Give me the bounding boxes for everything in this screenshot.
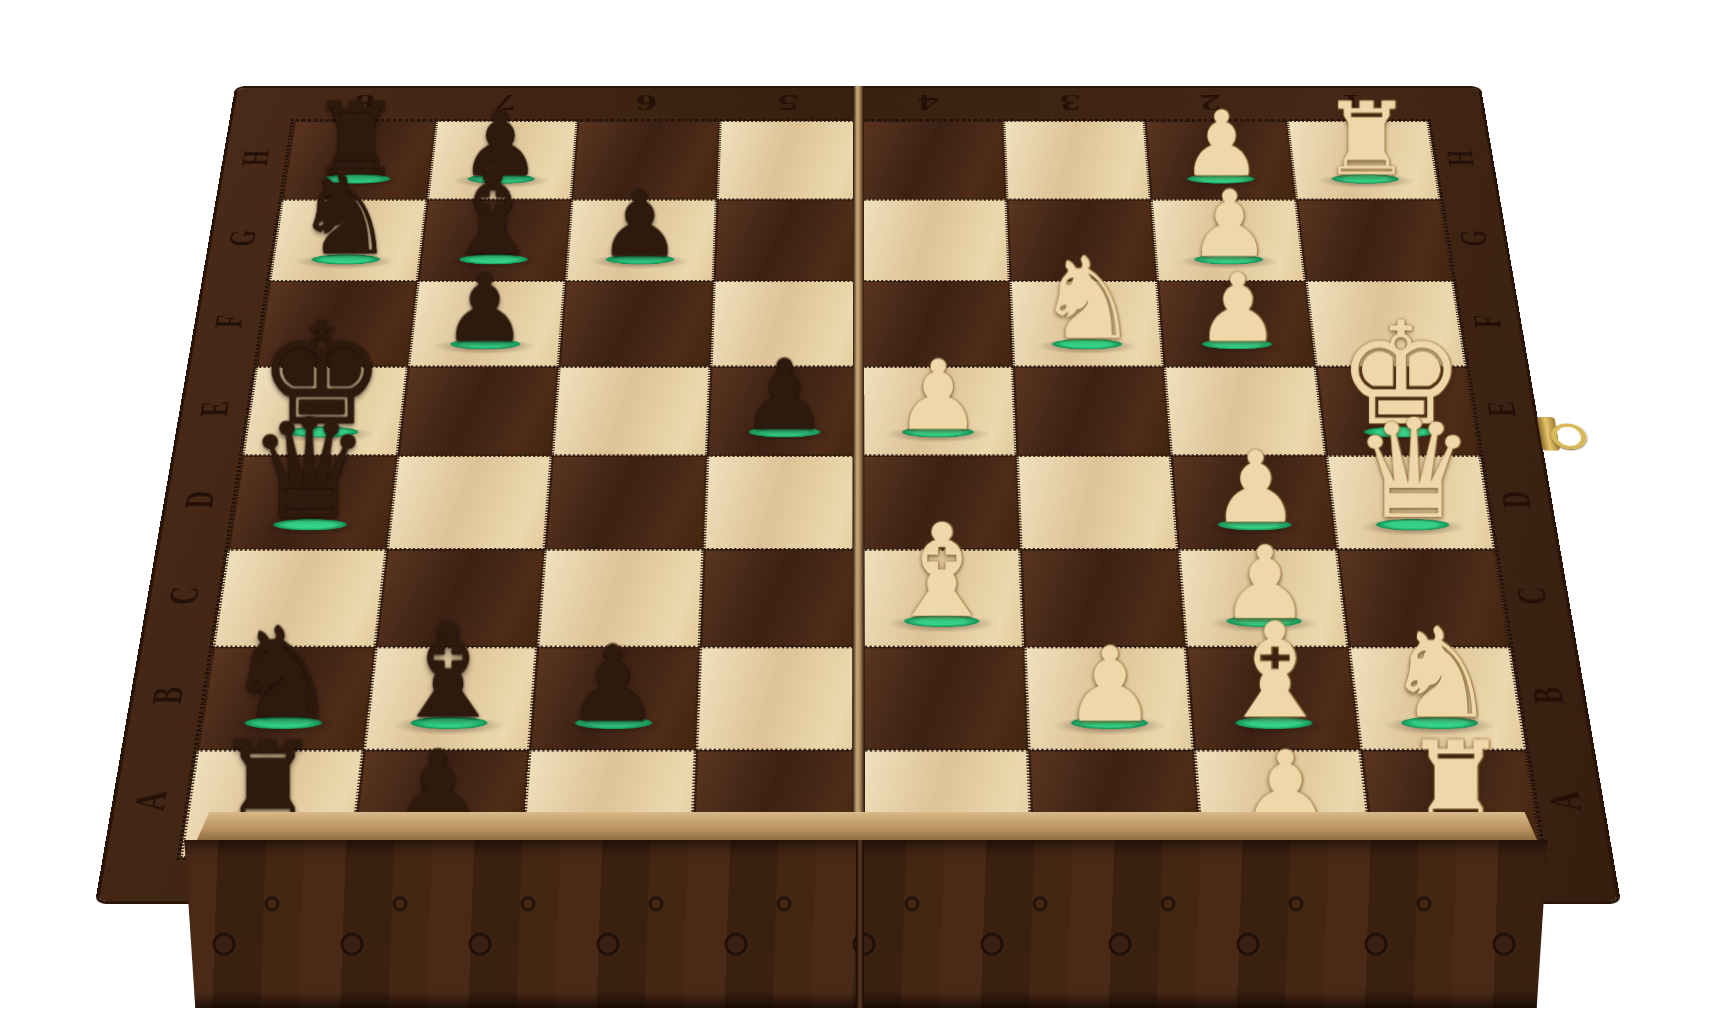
piece-black-pawn-e5[interactable]: ♟ xyxy=(741,348,828,445)
piece-black-bishop-b7[interactable]: ♝ xyxy=(389,605,507,737)
piece-black-knight-g8[interactable]: ♞ xyxy=(295,160,395,271)
chess-board: HGFEDCBA HGFEDCBA 87654321 87654321 ♜♟♟♜… xyxy=(99,88,1617,901)
square-e5[interactable]: ♟ xyxy=(707,366,862,455)
piece-white-queen-d1[interactable]: ♛ xyxy=(1352,401,1475,538)
square-d5[interactable] xyxy=(703,456,861,549)
piece-black-pawn-f7[interactable]: ♟ xyxy=(442,261,527,355)
piece-white-bishop-b2[interactable]: ♝ xyxy=(1216,605,1334,737)
piece-white-rook-h1[interactable]: ♜ xyxy=(1321,89,1411,190)
square-e3[interactable] xyxy=(1013,366,1171,455)
square-e4[interactable]: ♟ xyxy=(861,366,1016,455)
piece-black-pawn-g6[interactable]: ♟ xyxy=(599,178,682,270)
square-g4[interactable] xyxy=(861,199,1009,281)
square-g6[interactable]: ♟ xyxy=(565,199,716,281)
rank-label-6: 6 xyxy=(575,88,718,119)
piece-black-queen-d8[interactable]: ♛ xyxy=(248,401,371,538)
square-h3[interactable] xyxy=(1003,121,1151,199)
square-d6[interactable] xyxy=(545,456,707,549)
square-g8[interactable]: ♞ xyxy=(269,199,426,281)
square-e6[interactable] xyxy=(552,366,710,455)
square-h1[interactable]: ♜ xyxy=(1286,121,1440,199)
square-f3[interactable]: ♞ xyxy=(1009,281,1164,366)
brass-latch[interactable] xyxy=(1534,413,1579,454)
chess-photo-scene: HGFEDCBA HGFEDCBA 87654321 87654321 ♜♟♟♜… xyxy=(0,0,1720,1024)
square-d8[interactable]: ♛ xyxy=(228,456,397,549)
square-c5[interactable] xyxy=(699,549,861,647)
piece-white-pawn-e4[interactable]: ♟ xyxy=(895,348,982,445)
box-front-rim xyxy=(196,812,1538,842)
square-h4[interactable] xyxy=(861,121,1006,199)
square-b4[interactable] xyxy=(861,647,1027,750)
square-c4[interactable]: ♝ xyxy=(861,549,1023,647)
box-front-hinge-seam xyxy=(856,840,864,1008)
square-d3[interactable] xyxy=(1016,456,1178,549)
square-d1[interactable]: ♛ xyxy=(1326,456,1495,549)
square-d7[interactable] xyxy=(386,456,552,549)
square-g5[interactable] xyxy=(713,199,861,281)
piece-white-bishop-c4[interactable]: ♝ xyxy=(884,506,999,635)
square-b3[interactable]: ♟ xyxy=(1024,647,1194,750)
piece-white-pawn-f2[interactable]: ♟ xyxy=(1196,261,1281,355)
square-f7[interactable]: ♟ xyxy=(407,281,565,366)
square-e7[interactable] xyxy=(397,366,559,455)
rank-label-4: 4 xyxy=(858,88,1000,119)
piece-black-pawn-b6[interactable]: ♟ xyxy=(567,633,660,737)
rank-label-5: 5 xyxy=(716,88,858,119)
piece-white-pawn-b3[interactable]: ♟ xyxy=(1063,633,1156,737)
square-h5[interactable] xyxy=(716,121,861,199)
square-b5[interactable] xyxy=(695,647,861,750)
piece-white-knight-f3[interactable]: ♞ xyxy=(1036,242,1138,356)
square-b6[interactable]: ♟ xyxy=(529,647,699,750)
board-hinge-seam xyxy=(852,86,865,902)
box-front-face-carvings xyxy=(176,840,1556,1008)
piece-white-pawn-d2[interactable]: ♟ xyxy=(1211,438,1300,537)
rank-label-3: 3 xyxy=(999,88,1142,119)
square-g1[interactable] xyxy=(1296,199,1454,281)
square-f2[interactable]: ♟ xyxy=(1157,281,1315,366)
square-f6[interactable] xyxy=(559,281,714,366)
